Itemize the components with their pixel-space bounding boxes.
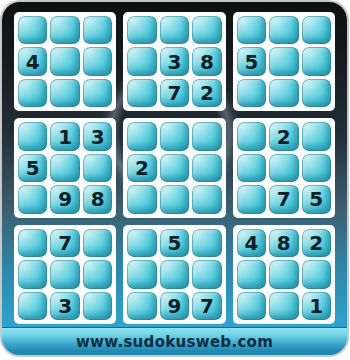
cell-r3c6[interactable]: 2	[192, 79, 221, 107]
cell-r7c7[interactable]: 4	[237, 229, 266, 257]
cell-r5c9[interactable]	[302, 154, 331, 182]
cell-r9c4[interactable]	[127, 292, 156, 320]
box-r2c3: 275	[233, 118, 335, 217]
cell-r5c2[interactable]	[50, 154, 79, 182]
box-r3c1: 73	[14, 225, 116, 324]
box-r1c3: 5	[233, 12, 335, 111]
cell-r8c1[interactable]	[18, 260, 47, 288]
cell-r5c4[interactable]: 2	[127, 154, 156, 182]
cell-r4c7[interactable]	[237, 122, 266, 150]
cell-r5c3[interactable]	[83, 154, 112, 182]
cell-r3c3[interactable]	[83, 79, 112, 107]
cell-r7c9[interactable]: 2	[302, 229, 331, 257]
cell-r1c3[interactable]	[83, 16, 112, 44]
cell-r2c2[interactable]	[50, 47, 79, 75]
cell-r3c1[interactable]	[18, 79, 47, 107]
cell-r7c4[interactable]	[127, 229, 156, 257]
cell-r4c6[interactable]	[192, 122, 221, 150]
cell-r4c3[interactable]: 3	[83, 122, 112, 150]
box-r1c1: 4	[14, 12, 116, 111]
cell-r6c8[interactable]: 7	[269, 185, 298, 213]
cell-r7c6[interactable]	[192, 229, 221, 257]
cell-r3c9[interactable]	[302, 79, 331, 107]
cell-r1c7[interactable]	[237, 16, 266, 44]
cell-r1c1[interactable]	[18, 16, 47, 44]
cell-r7c3[interactable]	[83, 229, 112, 257]
cell-r8c7[interactable]	[237, 260, 266, 288]
cell-r1c2[interactable]	[50, 16, 79, 44]
box-r3c3: 4821	[233, 225, 335, 324]
website-link[interactable]: www.sudokusweb.com	[76, 333, 273, 351]
cell-r3c5[interactable]: 7	[160, 79, 189, 107]
cell-r8c2[interactable]	[50, 260, 79, 288]
cell-r2c4[interactable]	[127, 47, 156, 75]
cell-r4c1[interactable]	[18, 122, 47, 150]
cell-r8c5[interactable]	[160, 260, 189, 288]
cell-r7c5[interactable]: 5	[160, 229, 189, 257]
cell-r4c2[interactable]: 1	[50, 122, 79, 150]
box-r3c2: 597	[123, 225, 225, 324]
cell-r4c9[interactable]	[302, 122, 331, 150]
cell-r6c1[interactable]	[18, 185, 47, 213]
cell-r5c1[interactable]: 5	[18, 154, 47, 182]
footer-band: www.sudokusweb.com	[2, 327, 347, 355]
cell-r1c8[interactable]	[269, 16, 298, 44]
cell-r6c2[interactable]: 9	[50, 185, 79, 213]
cell-r9c5[interactable]: 9	[160, 292, 189, 320]
cell-r5c8[interactable]	[269, 154, 298, 182]
cell-r8c6[interactable]	[192, 260, 221, 288]
box-r1c2: 3872	[123, 12, 225, 111]
box-r2c1: 13598	[14, 118, 116, 217]
cell-r6c5[interactable]	[160, 185, 189, 213]
cell-r4c8[interactable]: 2	[269, 122, 298, 150]
box-r2c2: 2	[123, 118, 225, 217]
cell-r8c8[interactable]	[269, 260, 298, 288]
cell-r1c9[interactable]	[302, 16, 331, 44]
cell-r2c5[interactable]: 3	[160, 47, 189, 75]
cell-r9c7[interactable]	[237, 292, 266, 320]
cell-r8c9[interactable]	[302, 260, 331, 288]
cell-r6c6[interactable]	[192, 185, 221, 213]
cell-r6c4[interactable]	[127, 185, 156, 213]
cell-r2c9[interactable]	[302, 47, 331, 75]
cell-r2c3[interactable]	[83, 47, 112, 75]
cell-r7c8[interactable]: 8	[269, 229, 298, 257]
cell-r3c8[interactable]	[269, 79, 298, 107]
cell-r3c7[interactable]	[237, 79, 266, 107]
cell-r9c2[interactable]: 3	[50, 292, 79, 320]
cell-r8c3[interactable]	[83, 260, 112, 288]
cell-r6c3[interactable]: 8	[83, 185, 112, 213]
cell-r1c5[interactable]	[160, 16, 189, 44]
cell-r9c8[interactable]	[269, 292, 298, 320]
cell-r2c8[interactable]	[269, 47, 298, 75]
cell-r2c6[interactable]: 8	[192, 47, 221, 75]
sudoku-board-frame: 438725135982275735974821 www.sudokusweb.…	[2, 2, 347, 355]
cell-r3c4[interactable]	[127, 79, 156, 107]
cell-r4c5[interactable]	[160, 122, 189, 150]
cell-r4c4[interactable]	[127, 122, 156, 150]
cell-r5c6[interactable]	[192, 154, 221, 182]
cell-r7c2[interactable]: 7	[50, 229, 79, 257]
cell-r6c9[interactable]: 5	[302, 185, 331, 213]
cell-r7c1[interactable]	[18, 229, 47, 257]
cell-r8c4[interactable]	[127, 260, 156, 288]
sudoku-grid: 438725135982275735974821	[14, 12, 335, 324]
cell-r1c4[interactable]	[127, 16, 156, 44]
cell-r6c7[interactable]	[237, 185, 266, 213]
cell-r1c6[interactable]	[192, 16, 221, 44]
cell-r5c5[interactable]	[160, 154, 189, 182]
cell-r9c1[interactable]	[18, 292, 47, 320]
cell-r5c7[interactable]	[237, 154, 266, 182]
cell-r9c3[interactable]	[83, 292, 112, 320]
cell-r2c1[interactable]: 4	[18, 47, 47, 75]
cell-r9c6[interactable]: 7	[192, 292, 221, 320]
cell-r9c9[interactable]: 1	[302, 292, 331, 320]
cell-r2c7[interactable]: 5	[237, 47, 266, 75]
cell-r3c2[interactable]	[50, 79, 79, 107]
